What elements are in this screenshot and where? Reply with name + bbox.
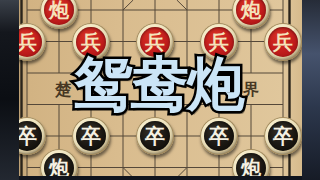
piece-character: 卒 bbox=[145, 126, 165, 146]
piece-face: 卒 bbox=[268, 121, 298, 151]
left-letterbox-bar bbox=[0, 0, 19, 180]
bottom-letterbox-strip bbox=[0, 176, 320, 180]
piece-face: 炮 bbox=[236, 0, 266, 25]
piece-character: 炮 bbox=[49, 158, 69, 178]
river-label-jie: 界 bbox=[243, 80, 259, 101]
red-soldier[interactable]: 兵 bbox=[264, 23, 302, 61]
right-letterbox-bar bbox=[302, 0, 320, 180]
black-soldier[interactable]: 卒 bbox=[200, 117, 238, 155]
black-soldier[interactable]: 卒 bbox=[136, 117, 174, 155]
piece-character: 兵 bbox=[81, 32, 101, 52]
piece-character: 兵 bbox=[273, 32, 293, 52]
piece-character: 炮 bbox=[241, 158, 261, 178]
piece-face: 卒 bbox=[140, 121, 170, 151]
piece-character: 炮 bbox=[241, 0, 261, 20]
piece-face: 卒 bbox=[76, 121, 106, 151]
piece-character: 卒 bbox=[17, 126, 37, 146]
video-caption-title: 鸳鸯炮 bbox=[75, 55, 243, 113]
piece-face: 卒 bbox=[204, 121, 234, 151]
piece-character: 卒 bbox=[209, 126, 229, 146]
piece-character: 炮 bbox=[49, 0, 69, 20]
black-soldier[interactable]: 卒 bbox=[72, 117, 110, 155]
piece-face: 兵 bbox=[268, 27, 298, 57]
river-label-chu: 楚 bbox=[55, 80, 71, 101]
piece-character: 卒 bbox=[81, 126, 101, 146]
piece-character: 兵 bbox=[209, 32, 229, 52]
piece-character: 卒 bbox=[273, 126, 293, 146]
piece-character: 兵 bbox=[145, 32, 165, 52]
black-soldier[interactable]: 卒 bbox=[264, 117, 302, 155]
video-frame: 楚 界 炮炮兵兵兵兵兵卒卒卒卒卒炮炮 鸳鸯炮 bbox=[0, 0, 320, 180]
piece-face: 炮 bbox=[44, 0, 74, 25]
piece-character: 兵 bbox=[17, 32, 37, 52]
